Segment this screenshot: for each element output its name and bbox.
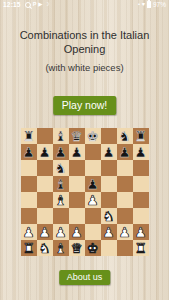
- square-g3: [117, 208, 133, 224]
- white-pawn: ♟: [102, 224, 114, 240]
- black-pawn: ♟: [118, 144, 130, 160]
- white-queen: ♛: [70, 240, 82, 256]
- square-h8: ♜: [133, 128, 149, 144]
- square-b8: [37, 128, 53, 144]
- square-b4: [37, 192, 53, 208]
- square-a5: [21, 176, 37, 192]
- square-e6: [85, 160, 101, 176]
- square-h4: [133, 192, 149, 208]
- square-c7: ♟: [53, 144, 69, 160]
- square-d1: ♛: [69, 240, 85, 256]
- play-icon: ▶: [38, 0, 42, 9]
- black-knight: ♞: [118, 128, 130, 144]
- black-king: ♚: [86, 128, 98, 144]
- white-pawn: ♟: [118, 224, 130, 240]
- white-rook: ♜: [22, 240, 34, 256]
- square-b3: [37, 208, 53, 224]
- square-g4: [117, 192, 133, 208]
- square-a6: [21, 160, 37, 176]
- square-b2: ♟: [37, 224, 53, 240]
- square-f5: [101, 176, 117, 192]
- black-rook: ♜: [134, 128, 146, 144]
- square-c2: ♟: [53, 224, 69, 240]
- square-e3: [85, 208, 101, 224]
- square-e4: ♟: [85, 192, 101, 208]
- square-e2: [85, 224, 101, 240]
- square-c1: ♝: [53, 240, 69, 256]
- white-knight: ♞: [102, 208, 114, 224]
- battery-percent: 97%: [153, 0, 166, 9]
- square-a1: ♜: [21, 240, 37, 256]
- square-h7: ♟: [133, 144, 149, 160]
- page-title: Combinations in the Italian Opening: [0, 28, 169, 56]
- square-h3: [133, 208, 149, 224]
- white-pawn: ♟: [22, 224, 34, 240]
- white-rook: ♜: [134, 240, 146, 256]
- square-b5: [37, 176, 53, 192]
- black-pawn: ♟: [54, 144, 66, 160]
- square-e1: ♚: [85, 240, 101, 256]
- black-bishop: ♝: [54, 176, 66, 192]
- square-c6: ♞: [53, 160, 69, 176]
- white-pawn: ♟: [86, 192, 98, 208]
- square-f1: [101, 240, 117, 256]
- play-now-button[interactable]: Play now!: [53, 96, 117, 115]
- square-d4: [69, 192, 85, 208]
- square-g7: ♟: [117, 144, 133, 160]
- white-pawn: ♟: [70, 224, 82, 240]
- status-bar: 12:15 P ▶ ☽ ▪ ♥ 97%: [0, 0, 169, 9]
- white-knight: ♞: [38, 240, 50, 256]
- square-a8: ♜: [21, 128, 37, 144]
- square-c5: ♝: [53, 176, 69, 192]
- square-d8: ♛: [69, 128, 85, 144]
- square-a7: ♟: [21, 144, 37, 160]
- app-screen: 12:15 P ▶ ☽ ▪ ♥ 97% Combinations in the …: [0, 0, 169, 300]
- square-g2: ♟: [117, 224, 133, 240]
- square-f4: [101, 192, 117, 208]
- white-bishop: ♝: [54, 192, 66, 208]
- square-c8: ♝: [53, 128, 69, 144]
- black-pawn: ♟: [102, 144, 114, 160]
- white-pawn: ♟: [38, 224, 50, 240]
- crescent-icon: ☽: [45, 0, 50, 9]
- square-g6: [117, 160, 133, 176]
- square-b7: ♟: [37, 144, 53, 160]
- white-pawn: ♟: [54, 224, 66, 240]
- black-bishop: ♝: [54, 128, 66, 144]
- black-pawn: ♟: [22, 144, 34, 160]
- black-pawn: ♟: [86, 176, 98, 192]
- square-g5: [117, 176, 133, 192]
- heart-icon: ♥: [142, 0, 145, 9]
- square-a3: [21, 208, 37, 224]
- chess-board: ♜♝♛♚♞♜♟♟♟♟♟♟♟♞♝♟♝♟♞♟♟♟♟♟♟♟♜♞♝♛♚♜: [21, 128, 149, 256]
- square-g8: ♞: [117, 128, 133, 144]
- black-rook: ♜: [22, 128, 34, 144]
- square-e8: ♚: [85, 128, 101, 144]
- square-f7: ♟: [101, 144, 117, 160]
- square-b6: [37, 160, 53, 176]
- square-c4: ♝: [53, 192, 69, 208]
- black-queen: ♛: [70, 128, 82, 144]
- page-subtitle: (with white pieces): [0, 62, 169, 73]
- square-h6: [133, 160, 149, 176]
- square-d7: ♟: [69, 144, 85, 160]
- battery-icon: [147, 1, 151, 8]
- square-f2: ♟: [101, 224, 117, 240]
- black-pawn: ♟: [134, 144, 146, 160]
- white-king: ♚: [86, 240, 98, 256]
- status-right-group: ▪ ♥ 97%: [138, 0, 166, 9]
- p-notification-icon: P: [33, 0, 37, 9]
- square-h1: ♜: [133, 240, 149, 256]
- square-h2: ♟: [133, 224, 149, 240]
- black-pawn: ♟: [70, 144, 82, 160]
- square-h5: [133, 176, 149, 192]
- square-c3: [53, 208, 69, 224]
- square-e7: [85, 144, 101, 160]
- white-pawn: ♟: [134, 224, 146, 240]
- search-icon: [25, 2, 31, 8]
- square-d3: [69, 208, 85, 224]
- square-f6: [101, 160, 117, 176]
- square-d2: ♟: [69, 224, 85, 240]
- white-bishop: ♝: [54, 240, 66, 256]
- square-d6: [69, 160, 85, 176]
- square-f8: [101, 128, 117, 144]
- square-a2: ♟: [21, 224, 37, 240]
- clock: 12:15: [3, 0, 21, 9]
- square-g1: [117, 240, 133, 256]
- square-d5: [69, 176, 85, 192]
- black-pawn: ♟: [38, 144, 50, 160]
- square-e5: ♟: [85, 176, 101, 192]
- square-b1: ♞: [37, 240, 53, 256]
- vibrate-icon: ▪: [138, 0, 140, 9]
- black-knight: ♞: [54, 160, 66, 176]
- square-f3: ♞: [101, 208, 117, 224]
- about-us-button[interactable]: About us: [59, 270, 111, 285]
- square-a4: [21, 192, 37, 208]
